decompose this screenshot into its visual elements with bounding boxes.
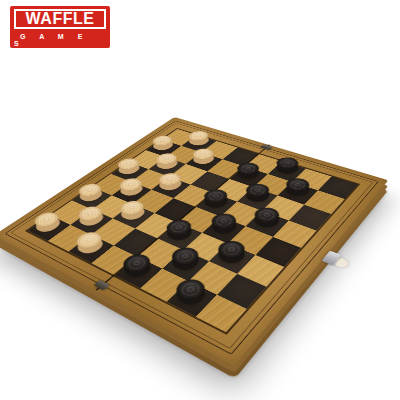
logo-sub-text: G A M E S	[14, 33, 106, 47]
light-checker-piece[interactable]	[117, 206, 150, 225]
checkers-board[interactable]	[0, 117, 388, 366]
square-e5[interactable]	[196, 193, 237, 217]
logo-brand-text: WAFFLE	[26, 11, 95, 27]
light-checker-piece[interactable]	[32, 218, 65, 238]
page: { "page": { "background": "#ffffff" }, "…	[0, 0, 400, 400]
logo-frame: WAFFLE	[14, 9, 106, 29]
waffle-games-logo: WAFFLE G A M E S	[10, 6, 110, 48]
dark-checker-piece[interactable]	[201, 195, 233, 214]
square-h8[interactable]	[318, 176, 358, 198]
field	[25, 128, 360, 335]
